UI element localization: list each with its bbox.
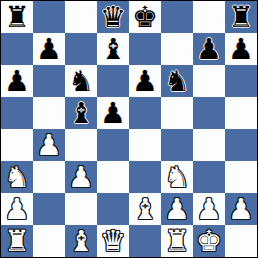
square-a3[interactable]: ♞ xyxy=(1,161,33,193)
black-rook-piece[interactable]: ♜ xyxy=(1,1,33,33)
white-queen-piece[interactable]: ♛ xyxy=(97,225,129,257)
square-d2[interactable] xyxy=(97,193,129,225)
white-pawn-piece[interactable]: ♟ xyxy=(161,193,193,225)
white-bishop-piece[interactable]: ♝ xyxy=(129,193,161,225)
square-g4[interactable] xyxy=(193,129,225,161)
square-f3[interactable]: ♞ xyxy=(161,161,193,193)
square-h5[interactable] xyxy=(225,97,257,129)
black-pawn-piece[interactable]: ♟ xyxy=(97,97,129,129)
black-knight-piece[interactable]: ♞ xyxy=(161,65,193,97)
square-a5[interactable] xyxy=(1,97,33,129)
black-bishop-piece[interactable]: ♝ xyxy=(97,33,129,65)
white-knight-piece[interactable]: ♞ xyxy=(161,161,193,193)
square-a2[interactable]: ♟ xyxy=(1,193,33,225)
square-e5[interactable] xyxy=(129,97,161,129)
square-c7[interactable] xyxy=(65,33,97,65)
square-f6[interactable]: ♞ xyxy=(161,65,193,97)
square-h8[interactable]: ♜ xyxy=(225,1,257,33)
square-a1[interactable]: ♜ xyxy=(1,225,33,257)
square-d4[interactable] xyxy=(97,129,129,161)
square-a6[interactable]: ♟ xyxy=(1,65,33,97)
square-e1[interactable] xyxy=(129,225,161,257)
black-pawn-piece[interactable]: ♟ xyxy=(33,33,65,65)
square-h3[interactable] xyxy=(225,161,257,193)
square-f5[interactable] xyxy=(161,97,193,129)
black-pawn-piece[interactable]: ♟ xyxy=(1,65,33,97)
square-a8[interactable]: ♜ xyxy=(1,1,33,33)
square-e8[interactable]: ♚ xyxy=(129,1,161,33)
white-pawn-piece[interactable]: ♟ xyxy=(33,129,65,161)
square-b7[interactable]: ♟ xyxy=(33,33,65,65)
white-knight-piece[interactable]: ♞ xyxy=(1,161,33,193)
square-f2[interactable]: ♟ xyxy=(161,193,193,225)
square-b5[interactable] xyxy=(33,97,65,129)
black-king-piece[interactable]: ♚ xyxy=(129,1,161,33)
white-pawn-piece[interactable]: ♟ xyxy=(1,193,33,225)
square-b4[interactable]: ♟ xyxy=(33,129,65,161)
square-g1[interactable]: ♚ xyxy=(193,225,225,257)
square-d8[interactable]: ♛ xyxy=(97,1,129,33)
square-e3[interactable] xyxy=(129,161,161,193)
square-f8[interactable] xyxy=(161,1,193,33)
square-h2[interactable]: ♟ xyxy=(225,193,257,225)
black-pawn-piece[interactable]: ♟ xyxy=(193,33,225,65)
black-pawn-piece[interactable]: ♟ xyxy=(225,33,257,65)
square-g3[interactable] xyxy=(193,161,225,193)
square-b2[interactable] xyxy=(33,193,65,225)
square-b1[interactable] xyxy=(33,225,65,257)
square-d6[interactable] xyxy=(97,65,129,97)
square-f7[interactable] xyxy=(161,33,193,65)
square-f4[interactable] xyxy=(161,129,193,161)
white-king-piece[interactable]: ♚ xyxy=(193,225,225,257)
square-g6[interactable] xyxy=(193,65,225,97)
chess-board-screenshot: ♜♛♚♜♟♝♟♟♟♞♟♞♝♟♟♞♟♞♟♝♟♟♟♜♝♛♜♚ xyxy=(0,0,258,258)
square-b6[interactable] xyxy=(33,65,65,97)
square-h7[interactable]: ♟ xyxy=(225,33,257,65)
square-c8[interactable] xyxy=(65,1,97,33)
square-a4[interactable] xyxy=(1,129,33,161)
square-c1[interactable]: ♝ xyxy=(65,225,97,257)
square-d7[interactable]: ♝ xyxy=(97,33,129,65)
square-e4[interactable] xyxy=(129,129,161,161)
square-g5[interactable] xyxy=(193,97,225,129)
white-rook-piece[interactable]: ♜ xyxy=(1,225,33,257)
square-d5[interactable]: ♟ xyxy=(97,97,129,129)
square-c4[interactable] xyxy=(65,129,97,161)
white-rook-piece[interactable]: ♜ xyxy=(161,225,193,257)
square-g8[interactable] xyxy=(193,1,225,33)
white-pawn-piece[interactable]: ♟ xyxy=(65,161,97,193)
black-pawn-piece[interactable]: ♟ xyxy=(129,65,161,97)
square-f1[interactable]: ♜ xyxy=(161,225,193,257)
square-d1[interactable]: ♛ xyxy=(97,225,129,257)
square-h4[interactable] xyxy=(225,129,257,161)
square-c3[interactable]: ♟ xyxy=(65,161,97,193)
square-d3[interactable] xyxy=(97,161,129,193)
square-e7[interactable] xyxy=(129,33,161,65)
black-rook-piece[interactable]: ♜ xyxy=(225,1,257,33)
square-c2[interactable] xyxy=(65,193,97,225)
square-g7[interactable]: ♟ xyxy=(193,33,225,65)
square-h6[interactable] xyxy=(225,65,257,97)
square-h1[interactable] xyxy=(225,225,257,257)
square-e2[interactable]: ♝ xyxy=(129,193,161,225)
square-a7[interactable] xyxy=(1,33,33,65)
square-e6[interactable]: ♟ xyxy=(129,65,161,97)
black-knight-piece[interactable]: ♞ xyxy=(65,65,97,97)
white-bishop-piece[interactable]: ♝ xyxy=(65,225,97,257)
square-g2[interactable]: ♟ xyxy=(193,193,225,225)
square-c5[interactable]: ♝ xyxy=(65,97,97,129)
white-pawn-piece[interactable]: ♟ xyxy=(225,193,257,225)
black-queen-piece[interactable]: ♛ xyxy=(97,1,129,33)
black-bishop-piece[interactable]: ♝ xyxy=(65,97,97,129)
white-pawn-piece[interactable]: ♟ xyxy=(193,193,225,225)
chess-board: ♜♛♚♜♟♝♟♟♟♞♟♞♝♟♟♞♟♞♟♝♟♟♟♜♝♛♜♚ xyxy=(0,0,258,258)
square-b3[interactable] xyxy=(33,161,65,193)
square-c6[interactable]: ♞ xyxy=(65,65,97,97)
square-b8[interactable] xyxy=(33,1,65,33)
